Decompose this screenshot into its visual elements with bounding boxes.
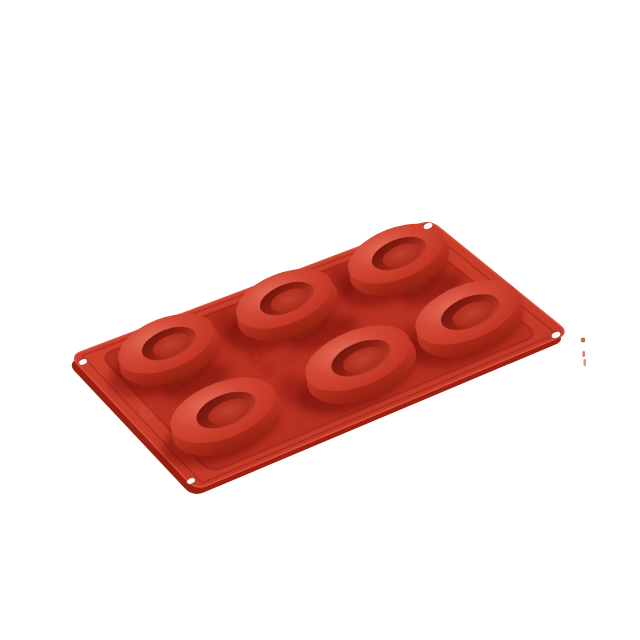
product-photo (0, 0, 640, 640)
background-specks (581, 338, 586, 366)
silicone-mould-illustration (0, 0, 640, 640)
